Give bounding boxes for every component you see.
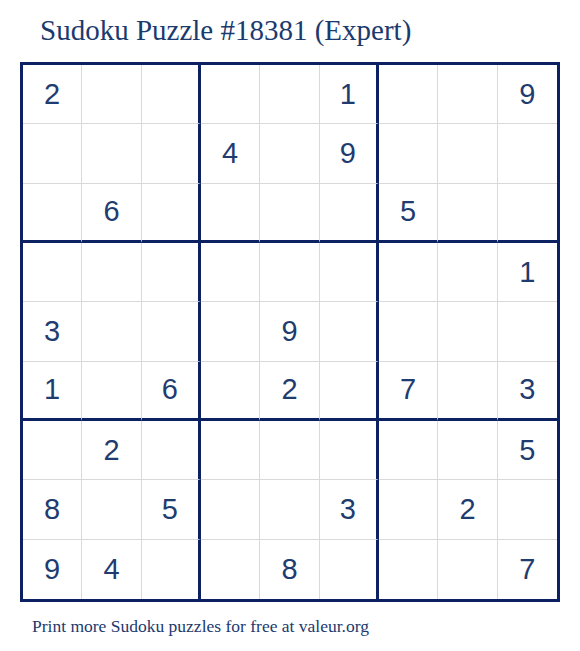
cell-r4c4 (201, 243, 260, 302)
cell-r3c3 (142, 184, 201, 243)
cell-r6c6 (320, 362, 379, 421)
cell-r5c2 (82, 302, 141, 361)
cell-r4c8 (438, 243, 497, 302)
cell-r7c7 (379, 421, 438, 480)
cell-r6c7: 7 (379, 362, 438, 421)
cell-r1c2 (82, 65, 141, 124)
cell-r5c1: 3 (23, 302, 82, 361)
cell-r3c4 (201, 184, 260, 243)
cell-r1c7 (379, 65, 438, 124)
cell-r4c6 (320, 243, 379, 302)
cell-r4c7 (379, 243, 438, 302)
cell-r3c2: 6 (82, 184, 141, 243)
cell-r9c3 (142, 540, 201, 599)
page-title: Sudoku Puzzle #18381 (Expert) (40, 14, 411, 47)
cell-r8c2 (82, 480, 141, 539)
cell-r5c6 (320, 302, 379, 361)
cell-r6c3: 6 (142, 362, 201, 421)
cell-r8c1: 8 (23, 480, 82, 539)
cell-r7c4 (201, 421, 260, 480)
cell-r2c8 (438, 124, 497, 183)
cell-r8c7 (379, 480, 438, 539)
cell-r6c4 (201, 362, 260, 421)
sudoku-grid: 2194965139162732585329487 (20, 62, 560, 602)
cell-r3c6 (320, 184, 379, 243)
cell-r9c4 (201, 540, 260, 599)
cell-r3c7: 5 (379, 184, 438, 243)
cell-r4c5 (260, 243, 319, 302)
cell-r1c5 (260, 65, 319, 124)
cell-r1c9: 9 (498, 65, 557, 124)
cell-r9c8 (438, 540, 497, 599)
cell-r6c2 (82, 362, 141, 421)
cell-r7c6 (320, 421, 379, 480)
cell-r5c5: 9 (260, 302, 319, 361)
cell-r1c3 (142, 65, 201, 124)
cell-r9c7 (379, 540, 438, 599)
cell-r9c2: 4 (82, 540, 141, 599)
cell-r9c6 (320, 540, 379, 599)
cell-r9c9: 7 (498, 540, 557, 599)
cell-r5c4 (201, 302, 260, 361)
cell-r8c8: 2 (438, 480, 497, 539)
cell-r1c6: 1 (320, 65, 379, 124)
cell-r7c2: 2 (82, 421, 141, 480)
cell-r2c6: 9 (320, 124, 379, 183)
cell-r7c5 (260, 421, 319, 480)
cell-r6c9: 3 (498, 362, 557, 421)
cell-r8c9 (498, 480, 557, 539)
cell-r8c3: 5 (142, 480, 201, 539)
cell-r6c8 (438, 362, 497, 421)
cell-r4c2 (82, 243, 141, 302)
cell-r1c4 (201, 65, 260, 124)
cell-r7c1 (23, 421, 82, 480)
cell-r5c7 (379, 302, 438, 361)
cell-r1c1: 2 (23, 65, 82, 124)
cell-r5c8 (438, 302, 497, 361)
cell-r2c2 (82, 124, 141, 183)
cell-r2c9 (498, 124, 557, 183)
cell-r8c4 (201, 480, 260, 539)
footer-text: Print more Sudoku puzzles for free at va… (32, 616, 369, 637)
cell-r2c7 (379, 124, 438, 183)
cell-r5c9 (498, 302, 557, 361)
cell-r2c1 (23, 124, 82, 183)
cell-r3c8 (438, 184, 497, 243)
cell-r3c1 (23, 184, 82, 243)
cell-r2c4: 4 (201, 124, 260, 183)
cell-r4c3 (142, 243, 201, 302)
cell-r8c6: 3 (320, 480, 379, 539)
cell-r4c1 (23, 243, 82, 302)
cell-r2c5 (260, 124, 319, 183)
cell-r7c9: 5 (498, 421, 557, 480)
cell-r9c5: 8 (260, 540, 319, 599)
cell-r5c3 (142, 302, 201, 361)
cell-r8c5 (260, 480, 319, 539)
cell-r9c1: 9 (23, 540, 82, 599)
cell-r1c8 (438, 65, 497, 124)
cell-r4c9: 1 (498, 243, 557, 302)
cell-r7c3 (142, 421, 201, 480)
cell-r6c5: 2 (260, 362, 319, 421)
cell-r7c8 (438, 421, 497, 480)
cell-r3c5 (260, 184, 319, 243)
cell-r6c1: 1 (23, 362, 82, 421)
cell-r2c3 (142, 124, 201, 183)
cell-r3c9 (498, 184, 557, 243)
